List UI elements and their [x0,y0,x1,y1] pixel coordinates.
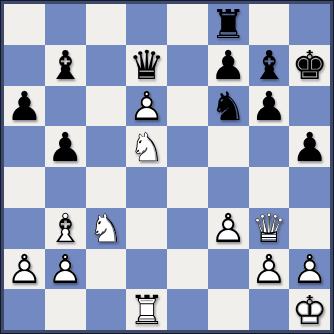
square-b4[interactable] [45,167,86,208]
piece-glyph-outline: ♙ [290,249,330,289]
square-c2[interactable] [86,249,127,290]
square-b8[interactable] [45,4,86,45]
square-e8[interactable] [167,4,208,45]
piece-black-pawn-g6[interactable]: ♟ [249,86,289,126]
square-h3[interactable] [289,208,330,249]
piece-white-knight-c3[interactable]: ♞♘ [86,208,126,248]
piece-glyph-outline: ♔ [290,290,330,330]
square-g6[interactable]: ♟ [249,86,290,127]
square-e7[interactable] [167,45,208,86]
square-c6[interactable] [86,86,127,127]
piece-white-pawn-f3[interactable]: ♟♙ [208,208,248,248]
square-h8[interactable] [289,4,330,45]
piece-white-pawn-g2[interactable]: ♟♙ [249,249,289,289]
piece-black-rook-f8[interactable]: ♜ [208,4,248,44]
piece-glyph-outline: ♙ [4,249,44,289]
square-g1[interactable] [249,289,290,330]
square-d5[interactable]: ♞♘ [126,126,167,167]
square-f5[interactable] [208,126,249,167]
piece-white-pawn-a2[interactable]: ♟♙ [4,249,44,289]
piece-glyph-outline: ♘ [86,208,126,248]
piece-glyph-outline: ♙ [249,249,289,289]
piece-white-knight-d5[interactable]: ♞♘ [127,127,167,167]
square-e6[interactable] [167,86,208,127]
square-h1[interactable]: ♚♔ [289,289,330,330]
square-g5[interactable] [249,126,290,167]
square-b7[interactable]: ♝ [45,45,86,86]
chess-board-frame: ♜♝♛♟♝♚♟♟♙♞♟♟♞♘♟♝♗♞♘♟♙♛♕♟♙♟♙♟♙♟♙♜♖♚♔ [0,0,334,334]
square-c5[interactable] [86,126,127,167]
square-a4[interactable] [4,167,45,208]
piece-glyph-outline: ♙ [45,249,85,289]
square-g8[interactable] [249,4,290,45]
square-a8[interactable] [4,4,45,45]
square-e5[interactable] [167,126,208,167]
square-b1[interactable] [45,289,86,330]
square-f7[interactable]: ♟ [208,45,249,86]
square-h6[interactable] [289,86,330,127]
piece-glyph-outline: ♗ [45,208,85,248]
piece-black-pawn-f7[interactable]: ♟ [208,45,248,85]
square-f3[interactable]: ♟♙ [208,208,249,249]
chess-board: ♜♝♛♟♝♚♟♟♙♞♟♟♞♘♟♝♗♞♘♟♙♛♕♟♙♟♙♟♙♟♙♜♖♚♔ [4,4,330,330]
square-h4[interactable] [289,167,330,208]
piece-glyph-outline: ♙ [208,208,248,248]
piece-black-king-h7[interactable]: ♚ [290,45,330,85]
square-d6[interactable]: ♟♙ [126,86,167,127]
square-c1[interactable] [86,289,127,330]
square-a1[interactable] [4,289,45,330]
piece-white-pawn-h2[interactable]: ♟♙ [290,249,330,289]
square-d7[interactable]: ♛ [126,45,167,86]
square-a5[interactable] [4,126,45,167]
square-b5[interactable]: ♟ [45,126,86,167]
square-h2[interactable]: ♟♙ [289,249,330,290]
square-g2[interactable]: ♟♙ [249,249,290,290]
square-e4[interactable] [167,167,208,208]
square-d2[interactable] [126,249,167,290]
piece-white-pawn-d6[interactable]: ♟♙ [127,86,167,126]
square-g3[interactable]: ♛♕ [249,208,290,249]
piece-black-bishop-b7[interactable]: ♝ [45,45,85,85]
square-b3[interactable]: ♝♗ [45,208,86,249]
square-d4[interactable] [126,167,167,208]
piece-white-queen-g3[interactable]: ♛♕ [249,208,289,248]
square-f1[interactable] [208,289,249,330]
square-e1[interactable] [167,289,208,330]
square-g4[interactable] [249,167,290,208]
piece-black-pawn-h5[interactable]: ♟ [290,127,330,167]
square-h7[interactable]: ♚ [289,45,330,86]
square-c7[interactable] [86,45,127,86]
square-g7[interactable]: ♝ [249,45,290,86]
piece-glyph-outline: ♕ [249,208,289,248]
square-e2[interactable] [167,249,208,290]
piece-white-rook-d1[interactable]: ♜♖ [127,290,167,330]
square-d8[interactable] [126,4,167,45]
square-a2[interactable]: ♟♙ [4,249,45,290]
square-e3[interactable] [167,208,208,249]
piece-white-king-h1[interactable]: ♚♔ [290,290,330,330]
square-d1[interactable]: ♜♖ [126,289,167,330]
square-c8[interactable] [86,4,127,45]
square-a6[interactable]: ♟ [4,86,45,127]
piece-black-pawn-a6[interactable]: ♟ [4,86,44,126]
square-a3[interactable] [4,208,45,249]
piece-glyph-outline: ♖ [127,290,167,330]
square-f2[interactable] [208,249,249,290]
square-f8[interactable]: ♜ [208,4,249,45]
piece-black-pawn-b5[interactable]: ♟ [45,127,85,167]
piece-black-bishop-g7[interactable]: ♝ [249,45,289,85]
square-f4[interactable] [208,167,249,208]
square-c4[interactable] [86,167,127,208]
square-f6[interactable]: ♞ [208,86,249,127]
piece-glyph-outline: ♙ [127,86,167,126]
square-h5[interactable]: ♟ [289,126,330,167]
square-a7[interactable] [4,45,45,86]
square-b6[interactable] [45,86,86,127]
square-b2[interactable]: ♟♙ [45,249,86,290]
square-c3[interactable]: ♞♘ [86,208,127,249]
piece-white-pawn-b2[interactable]: ♟♙ [45,249,85,289]
piece-black-knight-f6[interactable]: ♞ [208,86,248,126]
piece-glyph-outline: ♘ [127,127,167,167]
piece-white-bishop-b3[interactable]: ♝♗ [45,208,85,248]
square-d3[interactable] [126,208,167,249]
piece-black-queen-d7[interactable]: ♛ [127,45,167,85]
